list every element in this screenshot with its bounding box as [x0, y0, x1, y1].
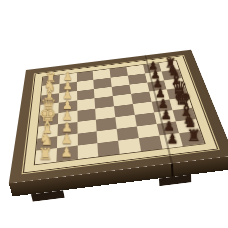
- board-grid: ♜♟♟♜♞♟♟♞♝♟♟♝♛♟♟♛♚♟♟♚♝♟♟♝♞♟♟♞♜♟♟♜: [34, 60, 206, 165]
- black-pawn-piece: ♟: [148, 60, 158, 71]
- square-h8: ♜: [180, 131, 205, 146]
- square-e7: ♟: [151, 99, 173, 112]
- square-d5: [113, 94, 133, 106]
- white-rook-piece: ♜: [45, 71, 56, 84]
- maple-border: ♜♟♟♜♞♟♟♞♝♟♟♝♛♟♟♛♚♟♟♚♝♟♟♝♞♟♟♞♜♟♟♜: [23, 56, 219, 174]
- square-h7: ♟: [159, 133, 183, 148]
- board-foot-right: [159, 175, 192, 187]
- white-pawn-piece: ♟: [61, 121, 72, 134]
- chess-board: ♜♟♟♜♞♟♟♞♝♟♟♝♛♟♟♛♚♟♟♚♝♟♟♝♞♟♟♞♜♟♟♜: [9, 50, 228, 184]
- square-h2: ♟: [56, 146, 77, 162]
- square-c8: ♝: [164, 78, 185, 90]
- square-h4: [98, 141, 120, 157]
- square-c5: [112, 84, 131, 96]
- white-pawn-piece: ♟: [63, 71, 73, 82]
- square-h3: [77, 143, 98, 159]
- square-h6: [139, 136, 162, 152]
- white-pawn-piece: ♟: [61, 145, 73, 159]
- square-d4: [95, 96, 114, 108]
- photo-scene: ♜♟♟♜♞♟♟♞♝♟♟♝♛♟♟♛♚♟♟♚♝♟♟♝♞♟♟♞♜♟♟♜: [0, 0, 228, 228]
- product-photo: ♜♟♟♜♞♟♟♞♝♟♟♝♛♟♟♛♚♟♟♚♝♟♟♝♞♟♟♞♜♟♟♜: [0, 0, 228, 228]
- hinge-seam-front: [171, 163, 174, 177]
- black-queen-piece: ♛: [171, 79, 187, 97]
- square-b8: ♞: [162, 69, 182, 80]
- black-rook-piece: ♜: [164, 57, 175, 70]
- square-d2: ♟: [58, 101, 77, 114]
- board-foot-left: [31, 190, 65, 202]
- square-h5: [118, 138, 141, 154]
- square-h1: ♜: [35, 148, 57, 164]
- square-f8: ♝: [173, 108, 196, 122]
- white-pawn-piece: ♟: [61, 133, 73, 146]
